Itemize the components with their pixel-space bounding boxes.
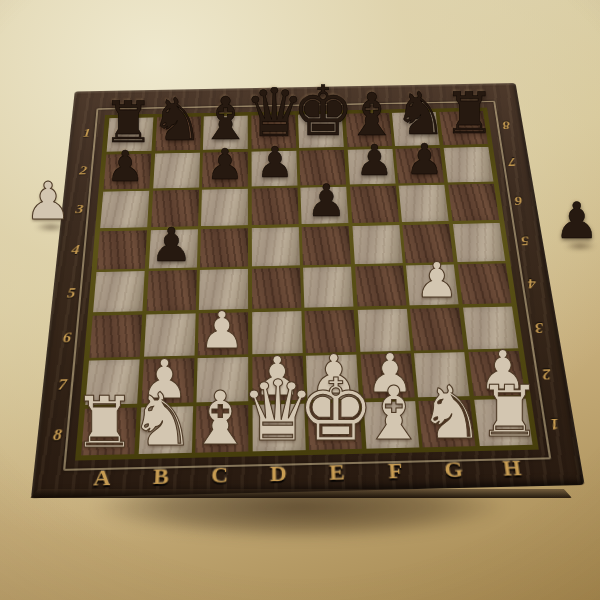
piece-black-rook-h8[interactable]: ♜ — [444, 87, 495, 141]
piece-black-pawn-d7[interactable]: ♟ — [256, 143, 294, 183]
piece-black-pawn-a7[interactable]: ♟ — [106, 147, 144, 187]
captured-black-pawn[interactable]: ♟ — [555, 198, 600, 246]
piece-black-knight-b8[interactable]: ♞ — [151, 92, 204, 148]
piece-white-pawn-c3[interactable]: ♟ — [199, 306, 245, 355]
piece-white-knight-b1[interactable]: ♞ — [129, 385, 195, 455]
piece-black-pawn-f7[interactable]: ♟ — [356, 141, 394, 181]
piece-black-pawn-e6[interactable]: ♟ — [306, 179, 346, 221]
pieces-layer: ♜♞♝♛♚♝♞♜♟♟♟♟♟♟♟♟♟♟♟♟♟♟♜♞♝♛♚♝♞♜♟♟ — [0, 0, 600, 600]
piece-black-pawn-c7[interactable]: ♟ — [206, 145, 244, 185]
piece-black-pawn-b5[interactable]: ♟ — [150, 223, 192, 267]
piece-white-rook-a1[interactable]: ♜ — [72, 389, 136, 457]
piece-black-pawn-g7[interactable]: ♟ — [405, 139, 443, 179]
piece-white-rook-h1[interactable]: ♜ — [477, 379, 541, 447]
piece-white-bishop-f1[interactable]: ♝ — [361, 379, 427, 449]
piece-white-knight-g1[interactable]: ♞ — [418, 378, 484, 448]
piece-white-pawn-g4[interactable]: ♟ — [415, 257, 459, 303]
captured-white-pawn[interactable]: ♟ — [25, 177, 72, 226]
scene: ABCDEFGH 12345678 87654321 ♜♞♝♛♚♝♞♜♟♟♟♟♟… — [0, 0, 600, 600]
